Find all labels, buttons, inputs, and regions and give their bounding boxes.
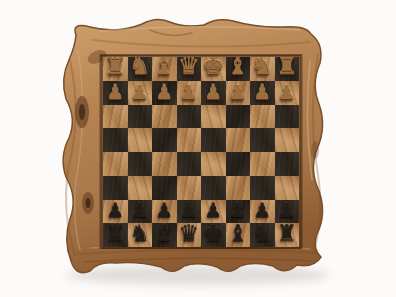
square-r1c2[interactable]: ♞ [128,57,153,81]
square-r8c3[interactable]: ♝ [152,223,177,247]
white-pawn[interactable]: ♟ [253,82,271,102]
square-r7c7[interactable]: ♟ [250,200,275,224]
square-r4c4[interactable] [177,128,202,152]
white-rook[interactable]: ♜ [104,57,126,78]
black-pawn[interactable]: ♟ [155,200,173,220]
square-r2c3[interactable]: ♟ [152,81,177,105]
square-r5c3[interactable] [152,152,177,176]
black-pawn[interactable]: ♟ [229,200,247,220]
black-pawn[interactable]: ♟ [278,200,296,220]
square-r6c1[interactable] [103,176,128,200]
white-pawn[interactable]: ♟ [204,82,222,102]
square-r4c6[interactable] [226,128,251,152]
square-r7c5[interactable]: ♟ [201,200,226,224]
black-pawn[interactable]: ♟ [253,200,271,220]
square-r8c2[interactable]: ♞ [128,223,153,247]
chess-board: ♜♞♝♛♚♝♞♜♟♟♟♟♟♟♟♟♟♟♟♟♟♟♟♟♜♞♝♛♚♝♞♜ [103,57,299,247]
square-r8c5[interactable]: ♚ [201,223,226,247]
square-r1c5[interactable]: ♚ [201,57,226,81]
white-queen[interactable]: ♛ [178,57,200,78]
square-r1c4[interactable]: ♛ [177,57,202,81]
white-pawn[interactable]: ♟ [131,82,149,102]
square-r5c5[interactable] [201,152,226,176]
square-r3c8[interactable] [275,105,300,129]
white-bishop[interactable]: ♝ [153,57,175,78]
square-r6c5[interactable] [201,176,226,200]
square-r6c3[interactable] [152,176,177,200]
square-r6c2[interactable] [128,176,153,200]
square-r7c3[interactable]: ♟ [152,200,177,224]
square-r6c6[interactable] [226,176,251,200]
square-r2c1[interactable]: ♟ [103,81,128,105]
black-bishop[interactable]: ♝ [154,223,175,244]
white-pawn[interactable]: ♟ [229,82,247,102]
black-rook[interactable]: ♜ [276,223,297,244]
square-r3c5[interactable] [201,105,226,129]
white-pawn[interactable]: ♟ [106,82,124,102]
square-r1c3[interactable]: ♝ [152,57,177,81]
square-r3c4[interactable] [177,105,202,129]
white-knight[interactable]: ♞ [129,57,151,78]
white-bishop[interactable]: ♝ [227,57,249,78]
white-knight[interactable]: ♞ [251,57,273,78]
square-r3c2[interactable] [128,105,153,129]
white-pawn[interactable]: ♟ [155,82,173,102]
square-r5c8[interactable] [275,152,300,176]
square-r2c6[interactable]: ♟ [226,81,251,105]
square-r5c7[interactable] [250,152,275,176]
square-r7c8[interactable]: ♟ [275,200,300,224]
square-r1c6[interactable]: ♝ [226,57,251,81]
white-rook[interactable]: ♜ [276,57,298,78]
square-r8c4[interactable]: ♛ [177,223,202,247]
square-r1c7[interactable]: ♞ [250,57,275,81]
square-r4c8[interactable] [275,128,300,152]
square-r6c4[interactable] [177,176,202,200]
square-r1c1[interactable]: ♜ [103,57,128,81]
square-r2c8[interactable]: ♟ [275,81,300,105]
square-r4c7[interactable] [250,128,275,152]
black-pawn[interactable]: ♟ [204,200,222,220]
square-r2c2[interactable]: ♟ [128,81,153,105]
square-r4c3[interactable] [152,128,177,152]
photo-background: ♜♞♝♛♚♝♞♜♟♟♟♟♟♟♟♟♟♟♟♟♟♟♟♟♜♞♝♛♚♝♞♜ [0,0,396,297]
black-pawn[interactable]: ♟ [180,200,198,220]
square-r5c1[interactable] [103,152,128,176]
white-king[interactable]: ♚ [202,57,224,78]
square-r7c2[interactable]: ♟ [128,200,153,224]
black-knight[interactable]: ♞ [252,223,273,244]
square-r4c5[interactable] [201,128,226,152]
square-r8c7[interactable]: ♞ [250,223,275,247]
square-r8c6[interactable]: ♝ [226,223,251,247]
square-r5c6[interactable] [226,152,251,176]
white-pawn[interactable]: ♟ [180,82,198,102]
black-rook[interactable]: ♜ [105,223,126,244]
square-r3c3[interactable] [152,105,177,129]
black-queen[interactable]: ♛ [178,223,199,244]
square-r8c1[interactable]: ♜ [103,223,128,247]
square-r1c8[interactable]: ♜ [275,57,300,81]
square-r5c4[interactable] [177,152,202,176]
square-r7c4[interactable]: ♟ [177,200,202,224]
square-r2c5[interactable]: ♟ [201,81,226,105]
square-r4c2[interactable] [128,128,153,152]
square-r2c7[interactable]: ♟ [250,81,275,105]
square-r7c1[interactable]: ♟ [103,200,128,224]
black-pawn[interactable]: ♟ [106,200,124,220]
white-pawn[interactable]: ♟ [278,82,296,102]
black-knight[interactable]: ♞ [129,223,150,244]
black-pawn[interactable]: ♟ [131,200,149,220]
square-r8c8[interactable]: ♜ [275,223,300,247]
square-r2c4[interactable]: ♟ [177,81,202,105]
square-r6c8[interactable] [275,176,300,200]
black-king[interactable]: ♚ [203,223,224,244]
square-r3c6[interactable] [226,105,251,129]
square-r3c7[interactable] [250,105,275,129]
square-r6c7[interactable] [250,176,275,200]
square-r3c1[interactable] [103,105,128,129]
square-r7c6[interactable]: ♟ [226,200,251,224]
black-bishop[interactable]: ♝ [227,223,248,244]
square-r5c2[interactable] [128,152,153,176]
square-r4c1[interactable] [103,128,128,152]
